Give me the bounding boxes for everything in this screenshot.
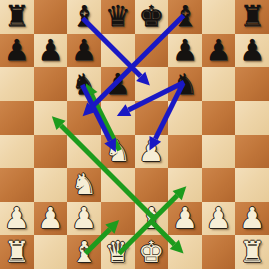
square-e3[interactable] xyxy=(135,168,169,202)
piece-white-pawn-g2[interactable]: ♟ xyxy=(202,202,236,236)
square-d6[interactable]: ♟ xyxy=(101,67,135,101)
square-c6[interactable]: ♞ xyxy=(67,67,101,101)
square-d8[interactable]: ♛ xyxy=(101,0,135,34)
square-h8[interactable]: ♜ xyxy=(235,0,269,34)
square-b7[interactable]: ♟ xyxy=(34,34,68,68)
square-g5[interactable] xyxy=(202,101,236,135)
square-b5[interactable] xyxy=(34,101,68,135)
square-f8[interactable]: ♝ xyxy=(168,0,202,34)
square-a8[interactable]: ♜ xyxy=(0,0,34,34)
piece-white-bishop-c1[interactable]: ♝ xyxy=(67,235,101,269)
square-e4[interactable]: ♟ xyxy=(135,135,169,169)
square-f6[interactable]: ♞ xyxy=(168,67,202,101)
square-a5[interactable] xyxy=(0,101,34,135)
square-e6[interactable] xyxy=(135,67,169,101)
square-d2[interactable] xyxy=(101,202,135,236)
piece-black-bishop-f8[interactable]: ♝ xyxy=(168,0,202,34)
square-a6[interactable] xyxy=(0,67,34,101)
square-c2[interactable]: ♟ xyxy=(67,202,101,236)
square-h4[interactable] xyxy=(235,135,269,169)
square-g7[interactable]: ♟ xyxy=(202,34,236,68)
piece-white-pawn-e4[interactable]: ♟ xyxy=(135,135,169,169)
piece-black-pawn-f7[interactable]: ♟ xyxy=(168,34,202,68)
square-c5[interactable] xyxy=(67,101,101,135)
chess-app: ♜♝♛♚♝♜♟♟♟♟♟♟♞♟♞♞♟♞♟♟♟♝♟♟♟♜♝♛♚♜ xyxy=(0,0,269,269)
square-c7[interactable]: ♟ xyxy=(67,34,101,68)
square-b1[interactable] xyxy=(34,235,68,269)
square-g3[interactable] xyxy=(202,168,236,202)
piece-black-pawn-d6[interactable]: ♟ xyxy=(101,67,135,101)
square-d5[interactable] xyxy=(101,101,135,135)
piece-black-pawn-b7[interactable]: ♟ xyxy=(34,34,68,68)
square-c8[interactable]: ♝ xyxy=(67,0,101,34)
square-h7[interactable]: ♟ xyxy=(235,34,269,68)
square-f7[interactable]: ♟ xyxy=(168,34,202,68)
piece-white-bishop-e2[interactable]: ♝ xyxy=(135,202,169,236)
piece-black-pawn-c7[interactable]: ♟ xyxy=(67,34,101,68)
square-e2[interactable]: ♝ xyxy=(135,202,169,236)
square-d3[interactable] xyxy=(101,168,135,202)
square-c4[interactable] xyxy=(67,135,101,169)
piece-black-pawn-g7[interactable]: ♟ xyxy=(202,34,236,68)
chess-board[interactable]: ♜♝♛♚♝♜♟♟♟♟♟♟♞♟♞♞♟♞♟♟♟♝♟♟♟♜♝♛♚♜ xyxy=(0,0,269,269)
square-d4[interactable]: ♞ xyxy=(101,135,135,169)
square-g1[interactable] xyxy=(202,235,236,269)
piece-white-knight-c3[interactable]: ♞ xyxy=(67,168,101,202)
square-h5[interactable] xyxy=(235,101,269,135)
piece-black-bishop-c8[interactable]: ♝ xyxy=(67,0,101,34)
square-b4[interactable] xyxy=(34,135,68,169)
piece-black-knight-c6[interactable]: ♞ xyxy=(67,67,101,101)
piece-black-knight-f6[interactable]: ♞ xyxy=(168,67,202,101)
square-g2[interactable]: ♟ xyxy=(202,202,236,236)
piece-black-pawn-h7[interactable]: ♟ xyxy=(235,34,269,68)
square-f4[interactable] xyxy=(168,135,202,169)
square-e1[interactable]: ♚ xyxy=(135,235,169,269)
square-a4[interactable] xyxy=(0,135,34,169)
square-c1[interactable]: ♝ xyxy=(67,235,101,269)
square-h2[interactable]: ♟ xyxy=(235,202,269,236)
square-b8[interactable] xyxy=(34,0,68,34)
square-g4[interactable] xyxy=(202,135,236,169)
piece-white-pawn-h2[interactable]: ♟ xyxy=(235,202,269,236)
square-a2[interactable]: ♟ xyxy=(0,202,34,236)
square-f1[interactable] xyxy=(168,235,202,269)
square-e5[interactable] xyxy=(135,101,169,135)
square-a1[interactable]: ♜ xyxy=(0,235,34,269)
piece-white-pawn-f2[interactable]: ♟ xyxy=(168,202,202,236)
square-f2[interactable]: ♟ xyxy=(168,202,202,236)
square-d1[interactable]: ♛ xyxy=(101,235,135,269)
piece-black-king-e8[interactable]: ♚ xyxy=(135,0,169,34)
piece-white-pawn-a2[interactable]: ♟ xyxy=(0,202,34,236)
square-e7[interactable] xyxy=(135,34,169,68)
square-h6[interactable] xyxy=(235,67,269,101)
square-f5[interactable] xyxy=(168,101,202,135)
square-h3[interactable] xyxy=(235,168,269,202)
square-e8[interactable]: ♚ xyxy=(135,0,169,34)
piece-white-king-e1[interactable]: ♚ xyxy=(135,235,169,269)
piece-white-knight-d4[interactable]: ♞ xyxy=(101,135,135,169)
square-a7[interactable]: ♟ xyxy=(0,34,34,68)
square-g8[interactable] xyxy=(202,0,236,34)
square-h1[interactable]: ♜ xyxy=(235,235,269,269)
piece-white-rook-h1[interactable]: ♜ xyxy=(235,235,269,269)
piece-black-queen-d8[interactable]: ♛ xyxy=(101,0,135,34)
piece-white-pawn-c2[interactable]: ♟ xyxy=(67,202,101,236)
square-d7[interactable] xyxy=(101,34,135,68)
square-a3[interactable] xyxy=(0,168,34,202)
piece-white-pawn-b2[interactable]: ♟ xyxy=(34,202,68,236)
piece-white-queen-d1[interactable]: ♛ xyxy=(101,235,135,269)
piece-white-rook-a1[interactable]: ♜ xyxy=(0,235,34,269)
square-b3[interactable] xyxy=(34,168,68,202)
square-g6[interactable] xyxy=(202,67,236,101)
square-c3[interactable]: ♞ xyxy=(67,168,101,202)
piece-black-rook-h8[interactable]: ♜ xyxy=(235,0,269,34)
piece-black-rook-a8[interactable]: ♜ xyxy=(0,0,34,34)
square-f3[interactable] xyxy=(168,168,202,202)
square-b2[interactable]: ♟ xyxy=(34,202,68,236)
square-b6[interactable] xyxy=(34,67,68,101)
piece-black-pawn-a7[interactable]: ♟ xyxy=(0,34,34,68)
